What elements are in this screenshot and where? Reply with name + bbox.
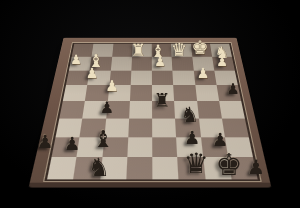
square-g5[interactable] <box>197 101 222 118</box>
piece-black-pawn-b7[interactable]: ♟ <box>64 135 80 153</box>
square-e8[interactable] <box>152 157 178 179</box>
piece-white-pawn-h2[interactable]: ♟ <box>216 55 228 68</box>
square-d7[interactable] <box>127 137 152 157</box>
piece-white-king-g1[interactable]: ♚ <box>191 38 208 57</box>
piece-black-king-g8[interactable]: ♚ <box>216 150 243 180</box>
square-d3[interactable] <box>130 70 151 85</box>
piece-black-bishop-c7[interactable]: ♝ <box>93 128 114 151</box>
piece-black-queen-f8[interactable]: ♛ <box>183 150 208 178</box>
piece-white-pawn-b3[interactable]: ♟ <box>86 66 99 80</box>
piece-black-rook-e5[interactable]: ♜ <box>153 91 170 110</box>
piece-black-pawn-f7[interactable]: ♟ <box>184 129 200 147</box>
square-d8[interactable] <box>126 157 152 179</box>
square-g4[interactable] <box>195 85 219 101</box>
piece-black-knight-f6[interactable]: ♞ <box>181 105 200 126</box>
piece-white-pawn-g3[interactable]: ♟ <box>197 66 210 80</box>
square-e3[interactable] <box>152 70 174 85</box>
square-a5[interactable] <box>59 101 85 118</box>
piece-white-pawn-a2[interactable]: ♟ <box>70 53 82 66</box>
square-d6[interactable] <box>128 118 152 137</box>
piece-black-knight-c8[interactable]: ♞ <box>88 155 110 180</box>
piece-white-queen-f1[interactable]: ♛ <box>171 41 187 59</box>
square-d4[interactable] <box>130 85 152 101</box>
square-e6[interactable] <box>152 118 176 137</box>
square-a4[interactable] <box>63 85 88 101</box>
square-f4[interactable] <box>173 85 196 101</box>
piece-black-pawn-c5[interactable]: ♟ <box>100 100 114 116</box>
square-c1[interactable] <box>112 44 133 57</box>
square-d5[interactable] <box>129 101 152 118</box>
piece-black-pawn-a7[interactable]: ♟ <box>37 133 53 151</box>
chess-photo-scene: ♜♝♛♚♞♟♝♟♟♟♟♟♟♟♜♞♟♟♝♟♟♞♛♚♟ <box>0 0 300 208</box>
piece-white-rook-d1[interactable]: ♜ <box>130 42 145 59</box>
square-a8[interactable] <box>47 157 77 179</box>
piece-white-pawn-e2[interactable]: ♟ <box>154 55 166 68</box>
piece-black-pawn-h4[interactable]: ♟ <box>226 82 239 97</box>
piece-black-pawn-h8[interactable]: ♟ <box>247 157 265 177</box>
square-e7[interactable] <box>152 137 177 157</box>
square-f3[interactable] <box>173 70 195 85</box>
square-h5[interactable] <box>219 101 245 118</box>
square-c2[interactable] <box>110 57 131 71</box>
piece-white-pawn-c4[interactable]: ♟ <box>105 79 118 94</box>
